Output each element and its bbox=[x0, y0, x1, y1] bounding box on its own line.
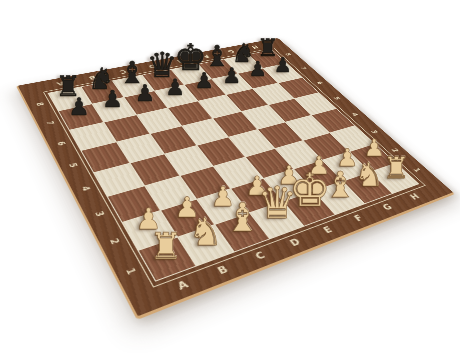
coordinate-label: 7 bbox=[45, 120, 56, 125]
coordinate-label: F bbox=[202, 54, 210, 59]
coordinate-label: 8 bbox=[284, 53, 292, 56]
coordinate-label: 7 bbox=[299, 66, 308, 70]
coordinate-label: 5 bbox=[332, 96, 341, 100]
coordinate-label: 6 bbox=[315, 81, 324, 85]
coordinate-label: 8 bbox=[35, 102, 45, 107]
board-squares-grid bbox=[48, 50, 420, 282]
coordinate-label: C bbox=[118, 69, 127, 74]
coordinate-label: 4 bbox=[350, 112, 359, 117]
coordinate-label: E bbox=[322, 225, 334, 234]
coordinate-label: 6 bbox=[55, 140, 66, 146]
coordinate-label: 2 bbox=[108, 237, 121, 245]
coordinate-label: D bbox=[288, 237, 302, 247]
coordinate-label: H bbox=[251, 45, 260, 50]
chess-board: ABCDEFGH ABCDEFGH 87654321 87654321 bbox=[16, 38, 455, 320]
coordinate-label: F bbox=[353, 214, 365, 223]
coordinate-label: A bbox=[56, 81, 66, 87]
coordinate-label: A bbox=[176, 279, 190, 291]
coordinate-label: G bbox=[227, 49, 236, 54]
coordinate-label: 3 bbox=[369, 129, 379, 134]
coordinate-label: 2 bbox=[390, 148, 400, 153]
coordinate-label: 1 bbox=[412, 167, 422, 173]
coordinate-label: 4 bbox=[80, 185, 92, 192]
coordinate-label: 1 bbox=[124, 267, 138, 276]
coordinate-label: C bbox=[254, 250, 267, 261]
coordinate-label: G bbox=[381, 203, 394, 212]
coordinate-label: 3 bbox=[93, 210, 106, 218]
coordinate-label: B bbox=[88, 75, 98, 81]
coordinate-label: 5 bbox=[67, 162, 79, 168]
coordinate-label: H bbox=[408, 192, 421, 201]
coordinate-label: B bbox=[216, 264, 230, 275]
chess-set-photo: ABCDEFGH ABCDEFGH 87654321 87654321 ♜♞♝♛… bbox=[0, 0, 460, 353]
coordinate-label: D bbox=[147, 64, 157, 69]
coordinate-label: E bbox=[175, 59, 184, 64]
